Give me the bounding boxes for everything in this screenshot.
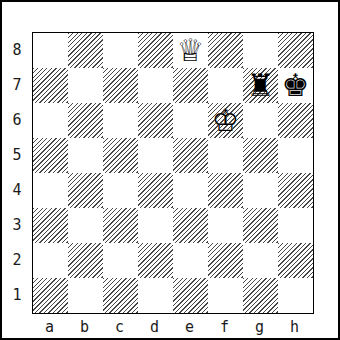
square-h3[interactable] [278,208,313,243]
square-b3[interactable] [68,208,103,243]
rank-label-3: 3 [2,207,32,242]
square-f2[interactable] [208,243,243,278]
square-h6[interactable] [278,103,313,138]
square-c3[interactable] [103,208,138,243]
file-label-e: e [172,313,207,340]
square-e3[interactable] [173,208,208,243]
square-e5[interactable] [173,138,208,173]
square-g5[interactable] [243,138,278,173]
black-king-h7[interactable]: ♚ [282,68,310,103]
square-c1[interactable] [103,278,138,313]
file-label-c: c [102,313,137,340]
square-d3[interactable] [138,208,173,243]
square-b4[interactable] [68,173,103,208]
square-a6[interactable] [33,103,68,138]
square-c6[interactable] [103,103,138,138]
file-label-d: d [137,313,172,340]
square-a3[interactable] [33,208,68,243]
rank-label-7: 7 [2,67,32,102]
square-c5[interactable] [103,138,138,173]
square-d1[interactable] [138,278,173,313]
square-g7[interactable]: ♜ [243,68,278,103]
square-f8[interactable] [208,33,243,68]
black-rook-g7[interactable]: ♜ [247,68,275,103]
rank-label-6: 6 [2,102,32,137]
square-a8[interactable] [33,33,68,68]
square-e6[interactable] [173,103,208,138]
square-h7[interactable]: ♚ [278,68,313,103]
square-g2[interactable] [243,243,278,278]
rank-label-2: 2 [2,242,32,277]
square-a4[interactable] [33,173,68,208]
square-a1[interactable] [33,278,68,313]
file-label-a: a [32,313,67,340]
chess-board: ♕♜♚♔ [32,32,314,314]
rank-label-5: 5 [2,137,32,172]
square-d8[interactable] [138,33,173,68]
rank-labels: 87654321 [2,32,32,312]
square-d7[interactable] [138,68,173,103]
square-f1[interactable] [208,278,243,313]
square-d4[interactable] [138,173,173,208]
square-c4[interactable] [103,173,138,208]
square-g4[interactable] [243,173,278,208]
square-b7[interactable] [68,68,103,103]
square-f7[interactable] [208,68,243,103]
file-label-h: h [277,313,312,340]
square-e7[interactable] [173,68,208,103]
chess-diagram: 87654321 ♕♜♚♔ abcdefgh [0,0,340,340]
square-e2[interactable] [173,243,208,278]
square-h1[interactable] [278,278,313,313]
square-h5[interactable] [278,138,313,173]
square-b5[interactable] [68,138,103,173]
square-a5[interactable] [33,138,68,173]
square-d6[interactable] [138,103,173,138]
square-e1[interactable] [173,278,208,313]
square-g1[interactable] [243,278,278,313]
square-c7[interactable] [103,68,138,103]
square-d2[interactable] [138,243,173,278]
square-a2[interactable] [33,243,68,278]
square-f4[interactable] [208,173,243,208]
square-c2[interactable] [103,243,138,278]
square-f3[interactable] [208,208,243,243]
file-label-b: b [67,313,102,340]
white-king-f6[interactable]: ♔ [212,103,240,138]
square-g3[interactable] [243,208,278,243]
square-e8[interactable]: ♕ [173,33,208,68]
file-label-g: g [242,313,277,340]
square-a7[interactable] [33,68,68,103]
square-g8[interactable] [243,33,278,68]
rank-label-8: 8 [2,32,32,67]
square-g6[interactable] [243,103,278,138]
square-d5[interactable] [138,138,173,173]
rank-label-1: 1 [2,277,32,312]
square-f5[interactable] [208,138,243,173]
square-b1[interactable] [68,278,103,313]
rank-label-4: 4 [2,172,32,207]
file-label-f: f [207,313,242,340]
square-c8[interactable] [103,33,138,68]
white-queen-e8[interactable]: ♕ [177,33,205,68]
square-b2[interactable] [68,243,103,278]
square-b6[interactable] [68,103,103,138]
square-f6[interactable]: ♔ [208,103,243,138]
square-h8[interactable] [278,33,313,68]
square-e4[interactable] [173,173,208,208]
square-h4[interactable] [278,173,313,208]
square-h2[interactable] [278,243,313,278]
square-b8[interactable] [68,33,103,68]
file-labels: abcdefgh [32,313,312,340]
